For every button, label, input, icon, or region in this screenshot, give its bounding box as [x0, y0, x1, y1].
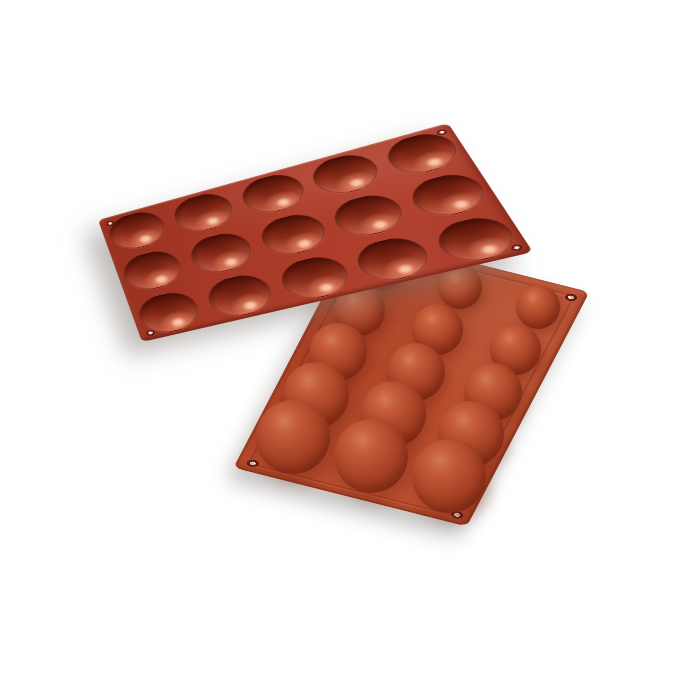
cavity — [327, 189, 411, 241]
cavity — [185, 228, 258, 278]
cavity — [379, 128, 465, 180]
cavity — [119, 246, 188, 295]
cavity — [168, 188, 239, 236]
cavity — [429, 211, 523, 266]
top-mold-cavities — [98, 123, 533, 342]
top-mold-shadow-wrap — [0, 0, 700, 700]
cavity — [254, 209, 332, 260]
cavity — [133, 287, 204, 337]
cavity — [403, 168, 493, 221]
cavity — [202, 269, 278, 321]
product-photo-stage: Two identical terracotta-red flexible si… — [0, 0, 700, 700]
top-mold-sheet — [98, 123, 533, 342]
cavity — [349, 232, 437, 286]
cavity — [274, 251, 356, 304]
cavity — [306, 149, 386, 199]
cavity — [236, 169, 311, 218]
cavity — [104, 207, 170, 254]
